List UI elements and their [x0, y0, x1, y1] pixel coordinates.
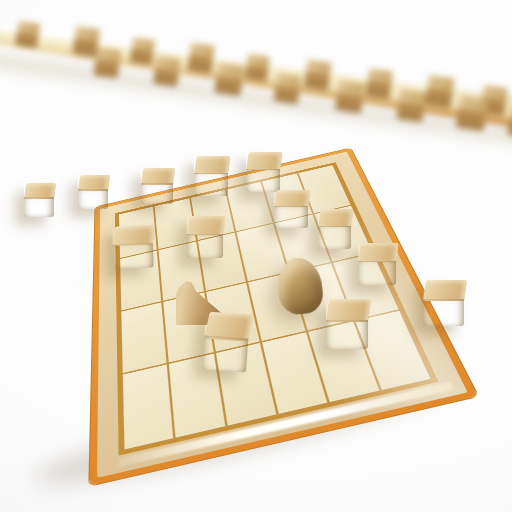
cube-front-face — [78, 189, 108, 209]
cube-front-face — [246, 169, 280, 192]
cube-front-face — [202, 336, 248, 373]
cube-top-face — [358, 243, 399, 262]
cube-top-face — [274, 190, 310, 207]
cube-top-face — [24, 183, 56, 199]
cube-top-face — [194, 156, 231, 174]
cube-front-face — [187, 234, 223, 258]
cube-top-face — [246, 152, 283, 170]
cube-top-face — [187, 216, 226, 235]
piece-cube-c1 — [141, 168, 173, 204]
piece-knob-d3 — [275, 256, 325, 316]
piece-cube-e4 — [326, 299, 368, 349]
cube-front-face — [274, 206, 308, 228]
piece-cube-c4 — [202, 312, 250, 373]
cube-front-face — [113, 243, 154, 269]
piece-cube-e1 — [246, 152, 280, 192]
piece-cube-d1 — [194, 156, 228, 196]
piece-cube-b2 — [112, 225, 153, 268]
cube-top-face — [423, 280, 467, 301]
photo-scene — [0, 0, 512, 512]
cube-front-face — [194, 173, 228, 196]
piece-cube-b1 — [78, 175, 108, 209]
cube-top-face — [326, 299, 371, 322]
piece-cube-c2 — [187, 216, 223, 258]
cube-front-face — [326, 320, 368, 349]
piece-cube-f3 — [358, 243, 396, 285]
cube-front-face — [318, 226, 351, 249]
cube-top-face — [141, 168, 175, 185]
pieces-layer — [0, 0, 512, 512]
cube-top-face — [78, 175, 110, 191]
cube-front-face — [141, 183, 173, 204]
cube-front-face — [423, 299, 464, 326]
cube-top-face — [318, 209, 354, 227]
piece-cube-f4 — [423, 280, 464, 326]
piece-cube-a1 — [24, 183, 54, 217]
cube-front-face — [358, 261, 396, 285]
cube-front-face — [24, 197, 54, 217]
piece-cube-f2 — [318, 209, 351, 249]
piece-cube-f1 — [274, 190, 308, 228]
